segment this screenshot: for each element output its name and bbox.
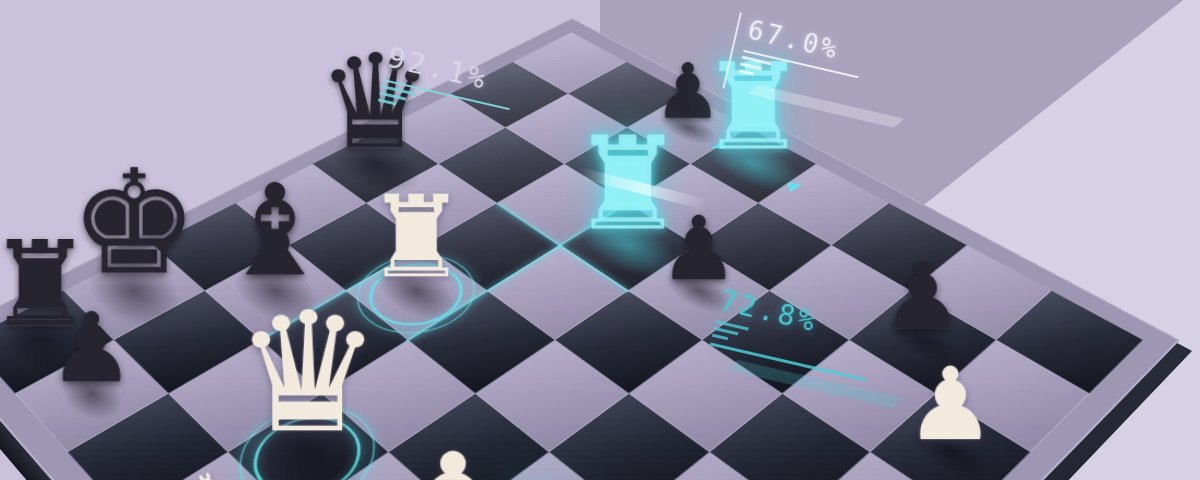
holo-hologram-bishop-g2[interactable]: ♝ xyxy=(443,430,633,480)
chess-scene: ♟♛♜♜♟♜♝♚♟♜♟♟♛♞♝♟♟♝ 92.1% 67.0% 72.8% xyxy=(0,0,1200,480)
chess-board: ♟♛♜♜♟♜♝♚♟♜♟♟♛♞♝♟♟♝ xyxy=(0,18,1180,480)
black-pawn-e1[interactable]: ♟ xyxy=(187,456,367,480)
scene-3d: ♟♛♜♜♟♜♝♚♟♜♟♟♛♞♝♟♟♝ xyxy=(0,0,1200,480)
black-pawn-b1[interactable]: ♟ xyxy=(13,280,170,394)
board-pieces: ♟♛♜♜♟♜♝♚♟♜♟♟♛♞♝♟♟♝ xyxy=(0,32,1143,480)
